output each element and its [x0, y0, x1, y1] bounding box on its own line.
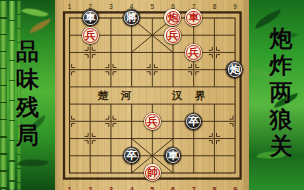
- piece-black-soldier[interactable]: 卒: [185, 113, 202, 130]
- file-number-top: 3: [109, 3, 113, 10]
- banner-character: 味: [16, 68, 39, 92]
- piece-glyph: 卒: [126, 147, 137, 164]
- piece-red-soldier[interactable]: 兵: [185, 44, 202, 61]
- xiangqi-board: 楚 河汉 界123456789123456789 車將炮車兵兵兵炮兵卒卒車帥: [55, 0, 249, 190]
- file-number-bottom: 1: [68, 186, 72, 190]
- file-number-top: 9: [233, 3, 237, 10]
- file-number-bottom: 8: [212, 186, 216, 190]
- piece-glyph: 兵: [188, 44, 199, 61]
- file-number-bottom: 4: [130, 186, 134, 190]
- banner-character: 炮: [270, 27, 293, 51]
- banner-character: 品: [16, 40, 39, 64]
- piece-glyph: 帥: [147, 164, 158, 181]
- file-number-bottom: 2: [88, 186, 92, 190]
- bamboo-leaf: [17, 155, 48, 171]
- piece-glyph: 卒: [188, 113, 199, 130]
- piece-glyph: 兵: [85, 27, 96, 44]
- file-number-bottom: 5: [150, 186, 154, 190]
- piece-red-soldier[interactable]: 兵: [144, 113, 161, 130]
- file-number-top: 8: [213, 3, 217, 10]
- banner-character: 两: [270, 81, 293, 105]
- piece-glyph: 車: [85, 9, 96, 26]
- piece-glyph: 將: [126, 9, 137, 26]
- river-label: 楚 河: [97, 90, 137, 101]
- bamboo-leaf: [21, 3, 48, 22]
- bamboo-leaf: [27, 18, 52, 33]
- banner-character: 狼: [270, 108, 293, 132]
- banner-character: 残: [16, 96, 39, 120]
- river-label: 汉 界: [171, 90, 211, 101]
- piece-red-soldier[interactable]: 兵: [82, 27, 99, 44]
- file-number-top: 5: [151, 3, 155, 10]
- file-number-bottom: 6: [171, 186, 175, 190]
- banner-character: 关: [270, 135, 293, 159]
- piece-glyph: 兵: [168, 27, 179, 44]
- xiangqi-puzzle-screenshot: 品味残局 炮炸两狼关 楚 河汉 界123456789123456789 車將炮車…: [0, 0, 304, 190]
- file-number-bottom: 7: [192, 186, 196, 190]
- piece-glyph: 車: [188, 9, 199, 26]
- file-number-top: 1: [68, 3, 72, 10]
- piece-glyph: 車: [168, 147, 179, 164]
- piece-glyph: 兵: [147, 113, 158, 130]
- piece-glyph: 炮: [230, 61, 241, 78]
- file-number-bottom: 9: [233, 186, 237, 190]
- banner-character: 炸: [270, 54, 293, 78]
- banner-character: 局: [16, 124, 39, 148]
- left-title-pinwei-canju: 品味残局: [0, 40, 55, 148]
- right-title-pao-zha-liang-lang-guan: 炮炸两狼关: [249, 27, 304, 159]
- file-number-bottom: 3: [109, 186, 113, 190]
- piece-glyph: 炮: [168, 9, 179, 26]
